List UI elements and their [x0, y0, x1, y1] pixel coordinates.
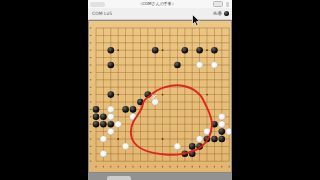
- stone-black: [219, 128, 226, 135]
- app-window: （COMさんの手番） COM Lv5 先番: [88, 0, 232, 180]
- stone-white: [211, 61, 218, 68]
- stone-black: [130, 106, 137, 113]
- mouse-cursor-icon: [192, 14, 201, 27]
- stone-black: [108, 46, 115, 53]
- stone-black: [189, 143, 196, 150]
- black-stone-icon: [224, 11, 230, 17]
- stone-black: [93, 106, 100, 113]
- stone-black: [100, 120, 107, 127]
- stone-black: [211, 46, 218, 53]
- stone-white: [174, 143, 181, 150]
- stone-white: [204, 128, 211, 135]
- stone-white: [115, 120, 122, 127]
- stone-black: [108, 120, 115, 127]
- stone-white: [219, 113, 226, 120]
- stone-white: [108, 113, 115, 120]
- stone-white: [152, 98, 159, 105]
- game-status-bar: COM Lv5 先番: [88, 8, 232, 20]
- stone-white: [100, 135, 107, 142]
- stone-white: [226, 128, 231, 135]
- stone-black: [196, 46, 203, 53]
- stone-black: [122, 106, 129, 113]
- stone-black: [108, 61, 115, 68]
- screen: （COMさんの手番） COM Lv5 先番: [0, 0, 320, 180]
- stone-white: [196, 61, 203, 68]
- stone-black: [211, 135, 218, 142]
- stone-white: [196, 135, 203, 142]
- stone-black: [100, 113, 107, 120]
- menu-icon[interactable]: [226, 2, 229, 7]
- turn-label: 先番: [213, 11, 222, 16]
- stone-black: [93, 120, 100, 127]
- stone-black: [219, 135, 226, 142]
- stone-white: [108, 128, 115, 135]
- letterbox-right: [232, 0, 320, 180]
- stone-black: [108, 91, 115, 98]
- stone-black: [93, 113, 100, 120]
- go-board[interactable]: [89, 21, 231, 173]
- go-board-grid: [89, 21, 231, 173]
- stone-black: [182, 46, 189, 53]
- tabs-button[interactable]: [213, 1, 223, 8]
- stone-white: [219, 120, 226, 127]
- player-turn-indicator: 先番: [213, 11, 229, 17]
- page-title: （COMさんの手番）: [116, 0, 198, 8]
- stone-black: [152, 46, 159, 53]
- stone-white: [100, 150, 107, 157]
- stone-white: [122, 143, 129, 150]
- back-button[interactable]: [90, 2, 105, 7]
- letterbox-left: [0, 0, 88, 180]
- opponent-label: COM Lv5: [92, 11, 112, 16]
- stone-black: [174, 61, 181, 68]
- stone-white: [108, 106, 115, 113]
- bottom-button[interactable]: [107, 176, 131, 180]
